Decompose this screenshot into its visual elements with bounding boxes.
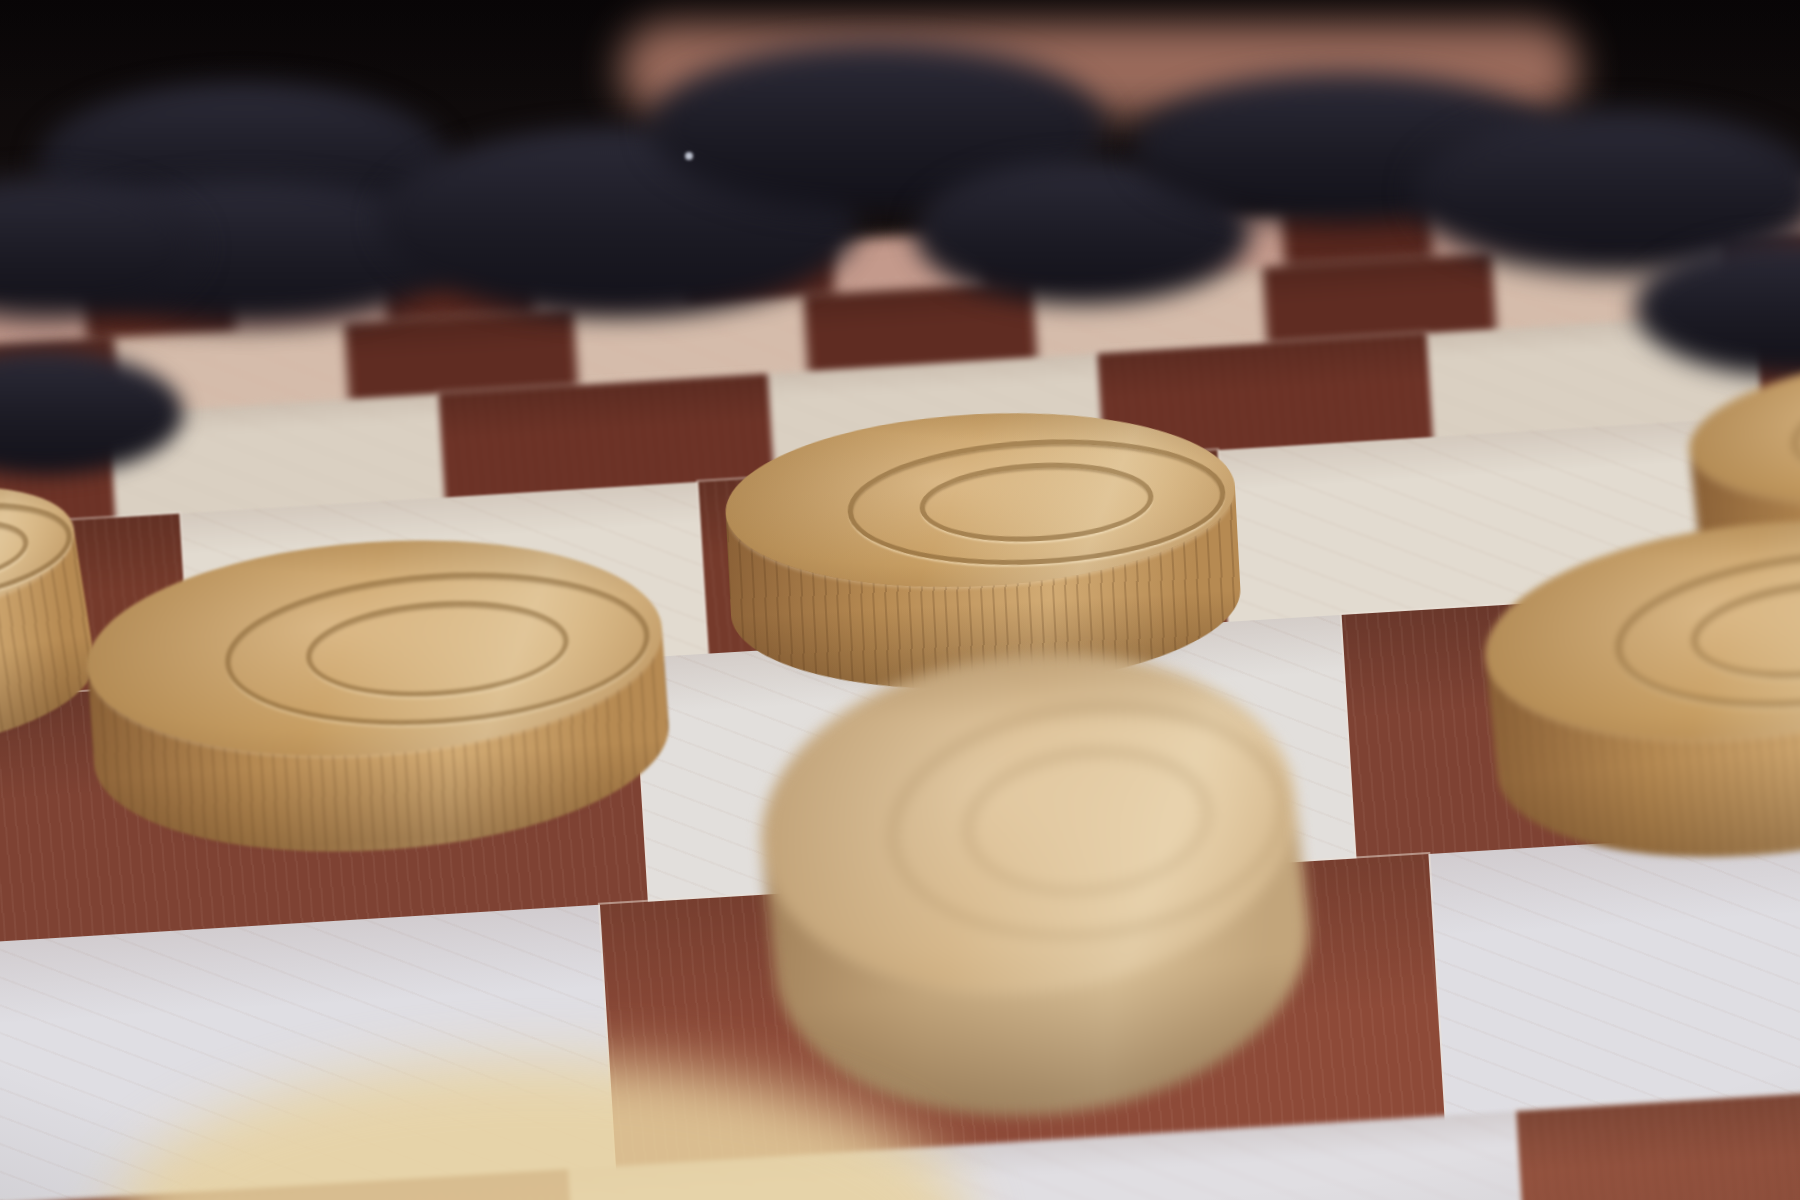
checkers-photo-scene	[0, 0, 1800, 1200]
light-checker-left[interactable]	[80, 522, 676, 869]
dust-speck	[685, 152, 693, 160]
engraved-ring	[1787, 359, 1800, 497]
light-checker-foreground[interactable]	[744, 627, 1325, 1142]
light-checker-right[interactable]	[1474, 496, 1800, 881]
